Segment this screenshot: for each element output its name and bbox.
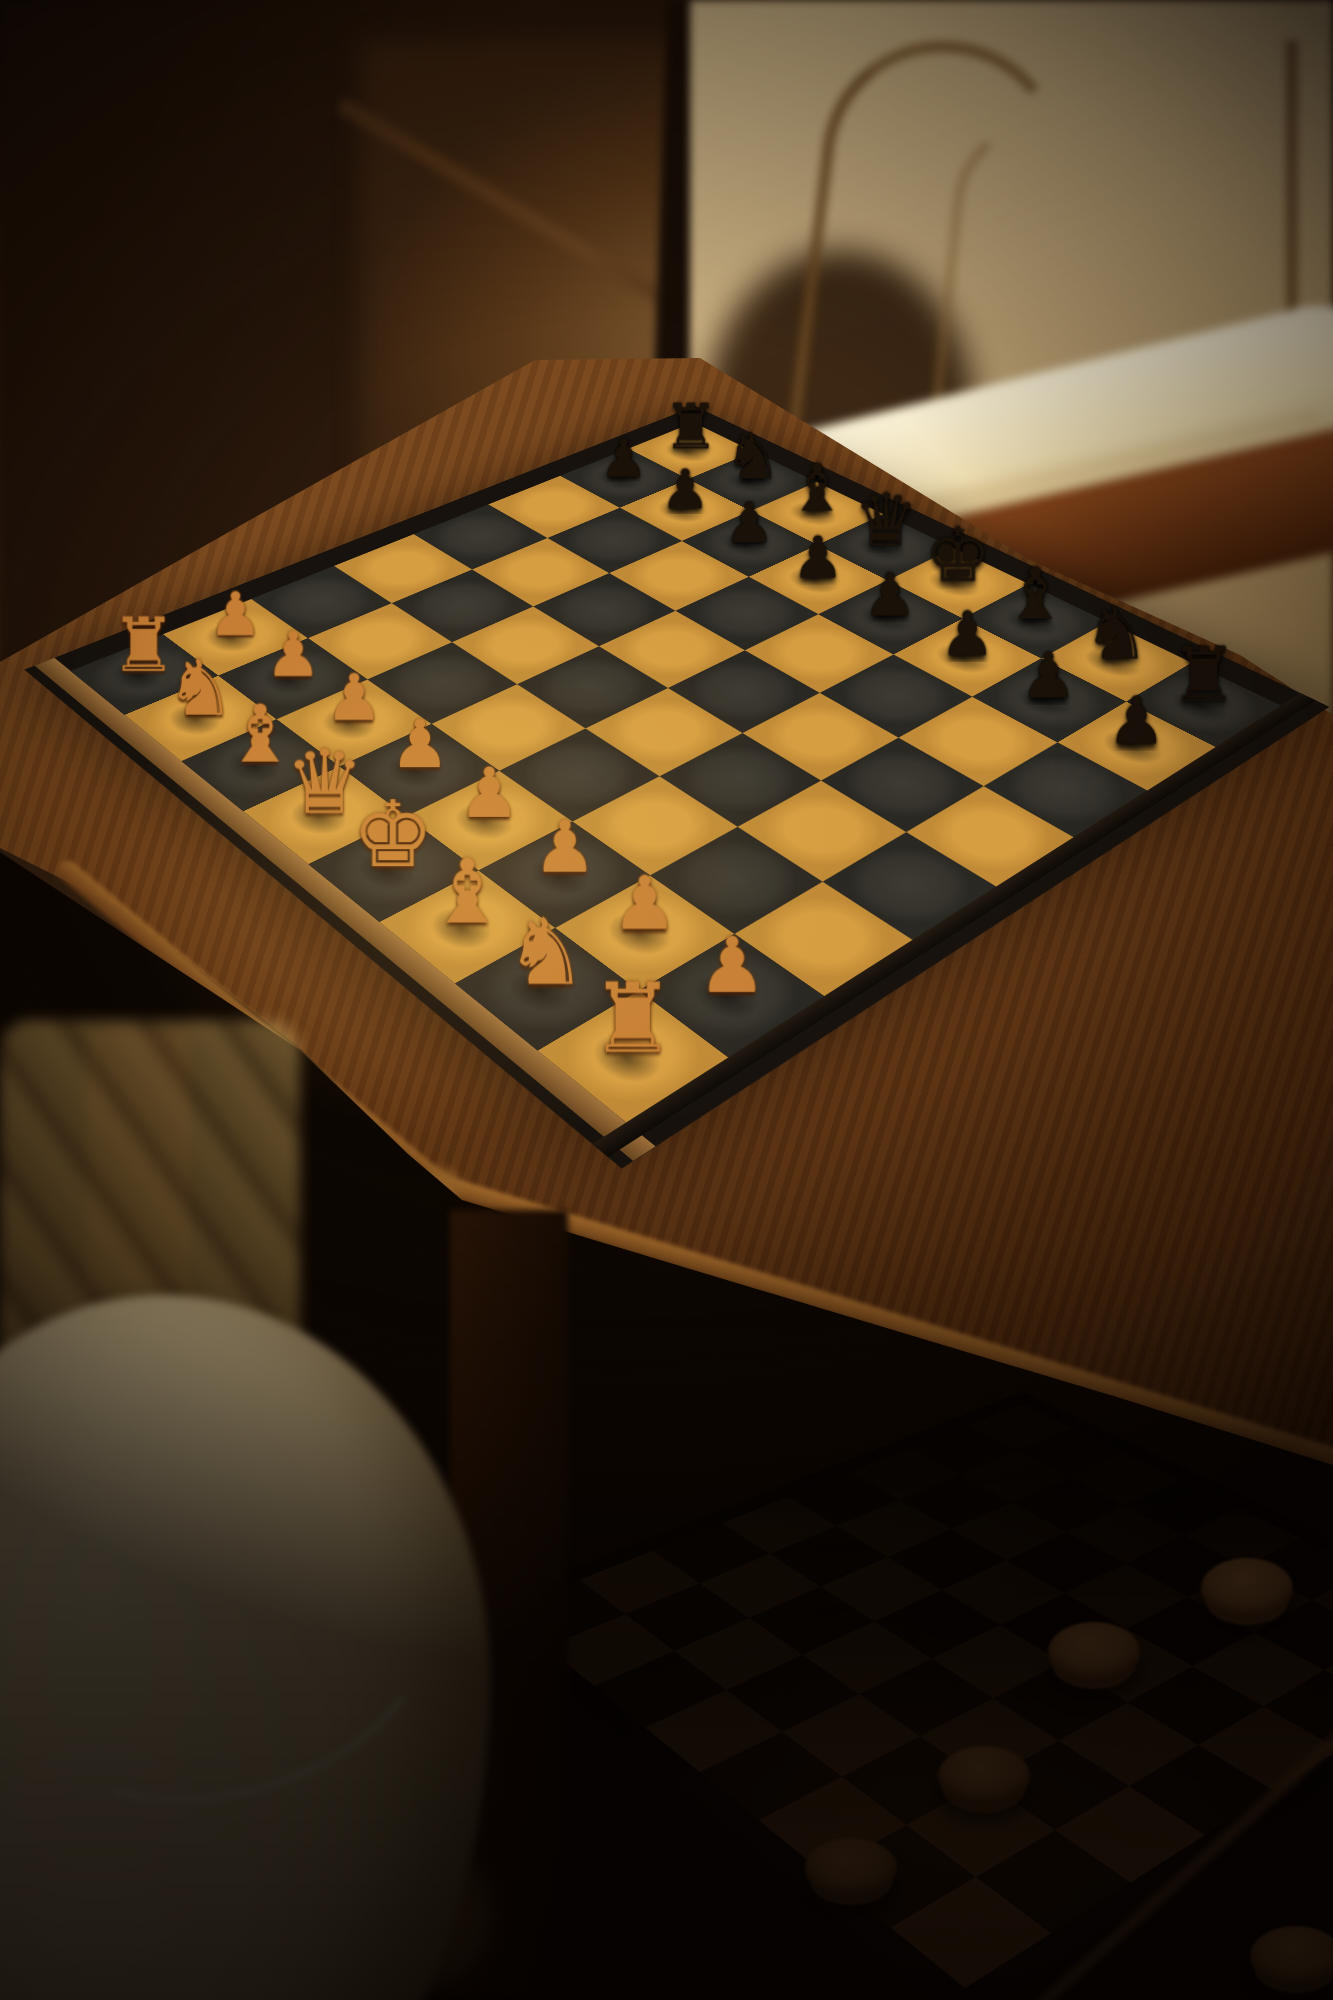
piece-white-pawn-b2: ♟ xyxy=(265,624,321,687)
piece-white-pawn-f2: ♟ xyxy=(532,811,596,883)
square-h7: ♟ xyxy=(1057,701,1216,790)
piece-white-pawn-c2: ♟ xyxy=(325,666,383,731)
piece-black-rook-h8: ♜ xyxy=(1169,638,1238,714)
piece-white-pawn-e2: ♟ xyxy=(458,759,520,828)
piece-black-bishop-c8: ♝ xyxy=(788,456,847,522)
piece-black-knight-b8: ♞ xyxy=(724,425,781,489)
chess-board-wrap: ♜♞♝♛♚♝♞♜♟♟♟♟♟♟♟♟♟♟♟♟♟♟♟♟♜♞♝♛♚♝♞♜ xyxy=(206,226,1130,1150)
piece-black-knight-g8: ♞ xyxy=(1083,597,1149,671)
piece-black-king-e8: ♚ xyxy=(924,518,991,593)
piece-black-pawn-e7: ♟ xyxy=(864,565,918,625)
piece-white-pawn-g2: ♟ xyxy=(611,867,678,941)
piece-black-pawn-a7: ♟ xyxy=(600,431,648,484)
piece-black-pawn-d7: ♟ xyxy=(792,529,844,587)
piece-black-bishop-f8: ♝ xyxy=(1003,558,1067,630)
piece-black-pawn-f7: ♟ xyxy=(940,603,995,665)
piece-black-queen-d8: ♛ xyxy=(853,484,918,557)
piece-black-pawn-b7: ♟ xyxy=(661,462,710,517)
piece-white-pawn-h2: ♟ xyxy=(697,927,766,1004)
piece-white-knight-g1: ♞ xyxy=(506,907,589,999)
room-photo: ♜♞♝♛♚♝♞♜♟♟♟♟♟♟♟♟♟♟♟♟♟♟♟♟♜♞♝♛♚♝♞♜ xyxy=(0,0,1333,2000)
piece-white-bishop-f1: ♝ xyxy=(427,848,507,937)
piece-white-rook-h1: ♜ xyxy=(590,971,676,1067)
piece-black-pawn-c7: ♟ xyxy=(725,494,775,550)
checkers-board-wrap xyxy=(617,1242,1333,2000)
piece-white-pawn-a2: ♟ xyxy=(208,584,262,645)
piece-black-pawn-g7: ♟ xyxy=(1021,644,1078,708)
piece-white-pawn-d2: ♟ xyxy=(389,711,449,778)
piece-white-king-e1: ♚ xyxy=(352,788,434,880)
piece-black-rook-a8: ♜ xyxy=(663,396,719,458)
square-a5 xyxy=(414,504,548,569)
piece-black-pawn-h7: ♟ xyxy=(1107,688,1166,754)
